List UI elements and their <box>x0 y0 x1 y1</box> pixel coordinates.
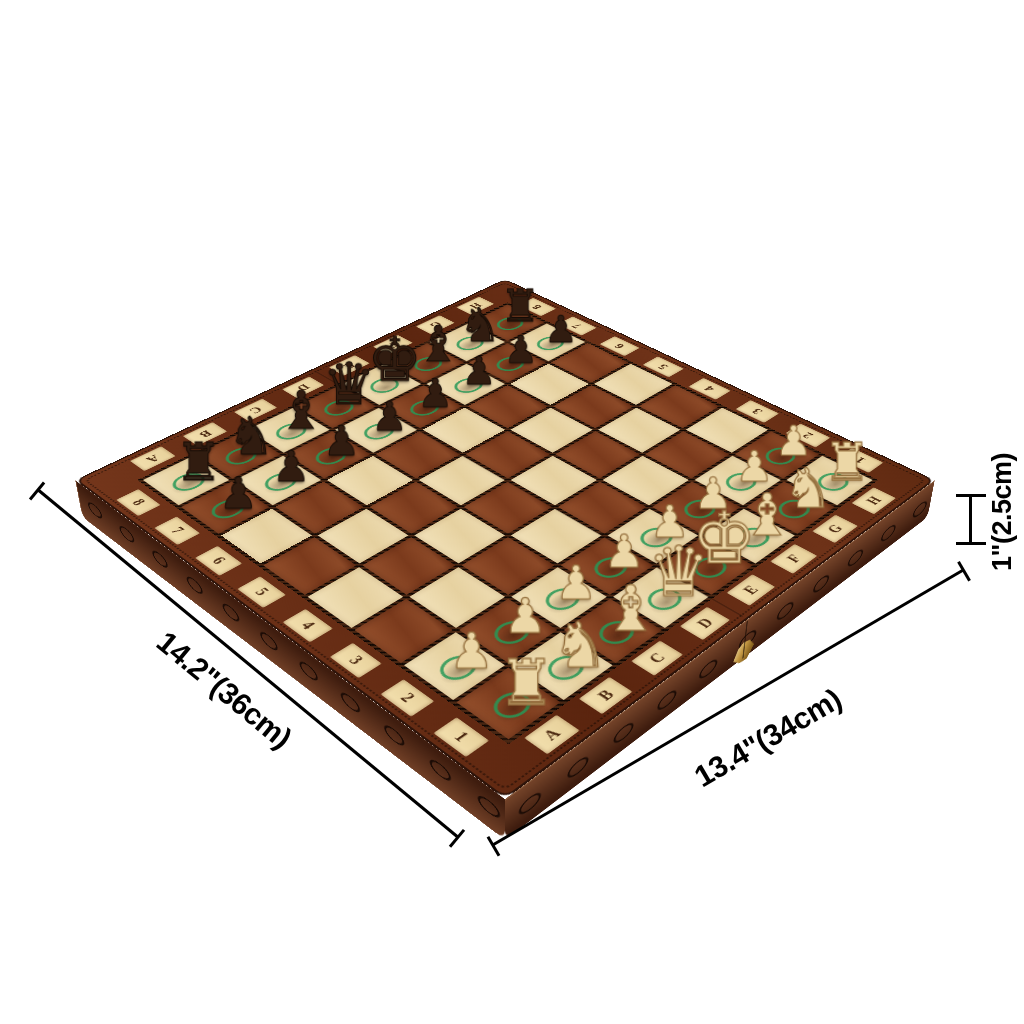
file-label-text: H <box>863 494 886 507</box>
dimension-height-tick-bottom <box>956 542 986 545</box>
file-label-text: A <box>143 453 163 465</box>
brass-latch-icon <box>733 633 754 671</box>
rank-label-text: 4 <box>701 384 717 393</box>
file-label-text: D <box>693 615 717 630</box>
file-label-text: B <box>594 687 619 704</box>
file-label-text: G <box>824 522 847 535</box>
piece-black-pawn-h7: ♟ <box>544 311 577 348</box>
piece-white-pawn-d2: ♟ <box>604 529 645 575</box>
piece-white-pawn-c2: ♟ <box>555 560 597 607</box>
dimension-height-line <box>969 496 972 545</box>
dimension-height-tick-top <box>956 494 986 497</box>
piece-black-rook-a8: ♜ <box>175 436 222 488</box>
rank-label: 7 <box>154 517 200 545</box>
piece-black-pawn-c7: ♟ <box>323 421 360 462</box>
dimension-height-label: 1"(2.5cm) <box>987 453 1018 571</box>
piece-white-rook-a1: ♜ <box>498 651 555 714</box>
piece-white-pawn-b2: ♟ <box>503 593 546 641</box>
rank-label-text: 3 <box>345 653 367 667</box>
piece-white-knight-b1: ♞ <box>552 614 608 677</box>
file-label-text: E <box>739 583 762 597</box>
square-b6 <box>275 482 363 534</box>
rank-label-text: 5 <box>251 586 272 599</box>
file-label-text: C <box>645 650 670 666</box>
piece-white-pawn-a2: ♟ <box>449 627 493 677</box>
board-grid: ♜♞♝♛♚♝♞♜♟♟♟♟♟♟♟♟♟♟♟♟♟♟♟♟♜♞♝♛♚♝♞♜ <box>137 302 878 744</box>
piece-black-pawn-b7: ♟ <box>272 446 310 488</box>
piece-black-pawn-a7: ♟ <box>219 473 258 516</box>
piece-white-bishop-c1: ♝ <box>602 578 659 641</box>
piece-black-pawn-f7: ♟ <box>462 352 497 391</box>
piece-black-king-e8: ♚ <box>367 330 421 391</box>
file-label-text: F <box>783 552 805 565</box>
rank-label-text: 4 <box>297 618 319 632</box>
file-label-text: A <box>539 725 565 743</box>
rank-label-text: 8 <box>128 497 148 508</box>
product-photo: ABCDEFGH ABCDEFGH 87654321 87654321 ♜♞♝♛… <box>0 0 1024 1024</box>
chess-board-3d-scene: ABCDEFGH ABCDEFGH 87654321 87654321 ♜♞♝♛… <box>0 0 1024 1024</box>
rank-label-text: 2 <box>396 690 419 705</box>
rank-label-text: 3 <box>749 407 765 416</box>
piece-black-pawn-d7: ♟ <box>371 397 407 437</box>
rank-label-text: 6 <box>208 554 229 566</box>
piece-black-knight-g8: ♞ <box>459 302 501 349</box>
piece-black-bishop-c8: ♝ <box>277 385 324 438</box>
rank-label-text: 5 <box>655 363 671 371</box>
rank-label-text: 6 <box>612 342 628 350</box>
file-label: H <box>852 487 896 514</box>
rank-label-text: 1 <box>450 729 473 745</box>
piece-black-knight-b8: ♞ <box>228 410 275 462</box>
piece-black-pawn-e7: ♟ <box>417 374 452 413</box>
rank-label: 8 <box>116 489 160 516</box>
rank-label-text: 7 <box>167 525 188 537</box>
piece-black-pawn-g7: ♟ <box>504 331 538 369</box>
